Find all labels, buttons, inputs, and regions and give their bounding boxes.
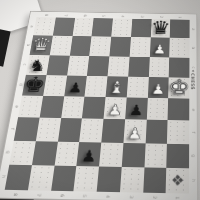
piece-white-pawn-d2: ♟ [147,83,168,97]
coord-label-5: 5 [82,194,87,197]
board-grid: ♛♛♟♞♚♟♝♟♚♟♟♟♟❖ [5,17,190,193]
piece-white-pawn-b2: ♟ [149,43,169,56]
square-a6 [72,18,94,37]
square-e6 [61,96,85,118]
square-c4 [108,56,130,76]
coord-label-1: 1 [178,16,182,18]
square-d2: ♟ [147,77,169,98]
square-a5 [92,18,113,37]
piece-black-queen-a2: ♛ [150,19,170,38]
square-g6 [54,141,79,166]
square-f4 [101,119,125,142]
square-d3 [126,76,148,97]
square-e4: ♟ [103,97,126,119]
brand-emblem-icon: ❖ [166,168,189,194]
square-f2 [145,120,168,144]
coord-label-c: c [22,63,27,65]
square-c6 [67,55,90,75]
coord-label-3: 3 [140,15,144,17]
square-d6: ♟ [64,75,87,96]
coord-label-h: h [0,176,5,179]
piece-black-pawn-d6: ♟ [64,81,86,95]
square-b4 [109,37,130,57]
square-c3 [128,56,149,76]
coord-label-5: 5 [101,15,105,17]
coord-label-f: f [10,127,15,129]
coord-label-f: f [191,131,196,133]
piece-black-knight-c8: ♞ [26,58,49,74]
coord-label-2: 2 [152,195,157,198]
coord-label-b: b [191,47,195,49]
square-h3 [120,167,144,193]
square-e1 [168,98,190,120]
square-f3: ♟ [123,119,146,142]
square-c2 [148,57,169,77]
coord-label-8: 8 [44,14,49,16]
square-d5 [85,76,108,97]
square-e2 [146,98,168,120]
square-e3: ♟ [125,97,148,119]
coord-label-7: 7 [63,14,67,16]
square-a3 [131,19,151,38]
coord-label-4: 4 [105,195,110,198]
square-h5 [74,166,99,192]
coord-label-2: 2 [159,16,163,18]
square-b5 [89,36,111,56]
coord-label-6: 6 [82,14,86,16]
coord-label-a: a [191,28,195,30]
dark-object-left-edge [0,29,11,67]
square-d4: ♝ [106,76,128,97]
square-c5 [87,56,109,76]
square-b3 [129,37,150,57]
coord-label-7: 7 [36,193,41,196]
square-g1 [167,143,190,168]
square-g4 [99,142,123,167]
coord-label-d: d [18,84,23,86]
coord-label-h: h [191,179,196,182]
board-brand: ✦ CHESS [189,68,196,90]
square-g5: ♟ [77,142,102,167]
coord-label-e: e [191,108,196,110]
square-h6 [51,165,77,191]
square-f5 [79,119,103,142]
piece-black-pawn-e3: ♟ [125,103,147,118]
coord-label-1: 1 [175,196,180,199]
square-a4 [111,18,132,37]
square-g2 [144,143,167,168]
piece-black-pawn-g5: ♟ [77,148,101,164]
square-h1: ❖ [166,168,189,194]
square-a7 [53,17,75,36]
square-e5 [82,97,105,119]
coord-label-3: 3 [128,195,133,198]
piece-white-pawn-e4: ♟ [104,103,126,118]
square-b1 [169,38,189,58]
file-labels-right: abcdefgh [189,20,197,194]
coord-label-8: 8 [13,193,19,196]
square-g3 [122,143,146,168]
coord-label-g: g [191,155,196,158]
coord-label-g: g [5,151,10,154]
square-b2: ♟ [149,38,170,58]
brand-text: CHESS [190,73,195,90]
board-photo-scene: 87654321 87654321 abcdefgh abcdefgh ✦ CH… [0,0,200,200]
coord-label-b: b [26,44,31,46]
chess-board: 87654321 87654321 abcdefgh abcdefgh ✦ CH… [0,12,197,200]
square-d1: ♚ [168,77,189,98]
coord-label-e: e [14,105,19,107]
square-c1 [169,57,190,77]
square-b6 [69,36,91,56]
piece-white-king-d1: ♚ [168,77,189,98]
board-perspective-wrap: 87654321 87654321 abcdefgh abcdefgh ✦ CH… [0,12,197,200]
coord-label-6: 6 [59,194,64,197]
piece-white-bishop-d4: ♝ [106,79,128,96]
square-h2 [143,167,167,193]
square-a1 [170,19,190,38]
square-f6 [58,118,83,141]
coord-label-4: 4 [121,15,125,17]
square-h4 [97,166,122,192]
coord-label-a: a [29,25,34,27]
piece-white-pawn-f3: ♟ [123,126,146,141]
square-f1 [167,120,189,144]
square-a2: ♛ [150,19,170,38]
